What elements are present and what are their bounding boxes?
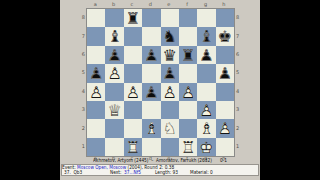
square-a5: ♟♙	[87, 64, 105, 82]
piece-black-pawn: ♟♙	[105, 46, 123, 64]
square-b8	[105, 9, 123, 27]
piece-black-rook: ♜♖	[179, 46, 197, 64]
square-d1	[142, 138, 160, 156]
square-h8	[216, 9, 234, 27]
square-h6	[216, 46, 234, 64]
square-h1	[216, 138, 234, 156]
piece-white-king: ♚♔	[197, 138, 215, 156]
square-d7	[142, 27, 160, 45]
coord-label-7: 7	[82, 26, 85, 44]
file-labels-top: abcdefgh	[86, 1, 234, 8]
piece-black-pawn: ♟♙	[87, 64, 105, 82]
length-indicator: Length: 93	[155, 170, 178, 175]
rank-labels-left: 87654321	[78, 8, 85, 156]
coord-label-5: 5	[236, 63, 243, 81]
piece-black-bishop: ♝♗	[105, 27, 123, 45]
square-g6: ♟♙	[197, 46, 215, 64]
piece-white-queen: ♛♕	[105, 101, 123, 119]
square-d4: ♟♙	[142, 83, 160, 101]
square-a7	[87, 27, 105, 45]
piece-white-pawn: ♟♙	[105, 64, 123, 82]
square-e5: ♟♙	[161, 64, 179, 82]
square-g8	[197, 9, 215, 27]
coord-label-8: 8	[82, 8, 85, 26]
coord-label-a: a	[86, 1, 104, 8]
square-b2	[105, 119, 123, 137]
piece-white-rook: ♜♖	[124, 138, 142, 156]
square-d2: ♝♗	[142, 119, 160, 137]
square-g3: ♟♙	[197, 101, 215, 119]
square-c7	[124, 27, 142, 45]
move-played: 37. Qb3	[64, 170, 82, 175]
players-text: Akhmetov, Artyom (2445) – Amonatov, Farr…	[60, 158, 260, 163]
piece-black-pawn: ♟♙	[142, 83, 160, 101]
next-move: Next: 37...Nf5	[110, 170, 141, 175]
coord-label-b: b	[104, 1, 122, 8]
square-b1	[105, 138, 123, 156]
square-e3	[161, 101, 179, 119]
coord-label-g: g	[196, 1, 214, 8]
square-d3	[142, 101, 160, 119]
square-b4	[105, 83, 123, 101]
square-a2	[87, 119, 105, 137]
square-g7: ♝♗	[197, 27, 215, 45]
square-g5	[197, 64, 215, 82]
square-g2: ♝♗	[197, 119, 215, 137]
piece-black-pawn: ♟♙	[197, 46, 215, 64]
rank-labels-right: 87654321	[236, 8, 243, 156]
coord-label-5: 5	[82, 63, 85, 81]
square-d6: ♟♙	[142, 46, 160, 64]
square-f1: ♜♖	[179, 138, 197, 156]
piece-white-knight: ♞♘	[161, 119, 179, 137]
coord-label-2: 2	[82, 118, 85, 136]
piece-white-pawn: ♟♙	[179, 83, 197, 101]
piece-white-pawn: ♟♙	[87, 83, 105, 101]
square-a8	[87, 9, 105, 27]
square-e2: ♞♘	[161, 119, 179, 137]
next-label: Next:	[110, 170, 124, 175]
square-h5: ♟♙	[216, 64, 234, 82]
video-frame: abcdefgh abcdefgh 87654321 87654321 ♜♖♝♗…	[0, 0, 320, 180]
coord-label-2: 2	[236, 118, 243, 136]
coord-label-8: 8	[236, 8, 243, 26]
coord-label-1: 1	[236, 137, 243, 155]
square-e8	[161, 9, 179, 27]
square-h3	[216, 101, 234, 119]
coord-label-4: 4	[236, 82, 243, 100]
piece-white-pawn: ♟♙	[197, 101, 215, 119]
move-status-line: 37. Qb3 Next: 37...Nf5 Length: 93 Materi…	[62, 170, 258, 180]
piece-black-pawn: ♟♙	[216, 64, 234, 82]
piece-black-knight: ♞♘	[161, 27, 179, 45]
square-e4: ♟♙	[161, 83, 179, 101]
square-a4: ♟♙	[87, 83, 105, 101]
square-c5	[124, 64, 142, 82]
square-b6: ♟♙	[105, 46, 123, 64]
square-f7	[179, 27, 197, 45]
square-e1	[161, 138, 179, 156]
square-d8	[142, 9, 160, 27]
piece-white-pawn: ♟♙	[124, 83, 142, 101]
square-f2	[179, 119, 197, 137]
square-d5	[142, 64, 160, 82]
coord-label-f: f	[178, 1, 196, 8]
square-h2: ♟♙	[216, 119, 234, 137]
square-f4: ♟♙	[179, 83, 197, 101]
square-c6	[124, 46, 142, 64]
coord-label-c: c	[123, 1, 141, 8]
piece-white-pawn: ♟♙	[161, 83, 179, 101]
piece-white-rook: ♜♖	[179, 138, 197, 156]
square-b3: ♛♕	[105, 101, 123, 119]
piece-black-king: ♚♔	[216, 27, 234, 45]
coord-label-7: 7	[236, 26, 243, 44]
square-a1	[87, 138, 105, 156]
square-f5	[179, 64, 197, 82]
piece-black-bishop: ♝♗	[197, 27, 215, 45]
square-c3	[124, 101, 142, 119]
piece-white-pawn: ♟♙	[216, 119, 234, 137]
coord-label-1: 1	[82, 137, 85, 155]
piece-white-bishop: ♝♗	[197, 119, 215, 137]
coord-label-3: 3	[236, 100, 243, 118]
piece-black-rook: ♜♖	[124, 9, 142, 27]
square-b5: ♟♙	[105, 64, 123, 82]
coord-label-d: d	[141, 1, 159, 8]
square-f6: ♜♖	[179, 46, 197, 64]
square-g4	[197, 83, 215, 101]
square-a3	[87, 101, 105, 119]
square-f3	[179, 101, 197, 119]
square-c8: ♜♖	[124, 9, 142, 27]
square-e7: ♞♘	[161, 27, 179, 45]
coord-label-6: 6	[82, 45, 85, 63]
piece-black-pawn: ♟♙	[142, 46, 160, 64]
square-f8	[179, 9, 197, 27]
coord-label-h: h	[215, 1, 233, 8]
piece-black-queen: ♛♕	[161, 46, 179, 64]
coord-label-3: 3	[82, 100, 85, 118]
coord-label-6: 6	[236, 45, 243, 63]
square-c4: ♟♙	[124, 83, 142, 101]
piece-white-bishop: ♝♗	[142, 119, 160, 137]
coord-label-4: 4	[82, 82, 85, 100]
piece-black-pawn: ♟♙	[161, 64, 179, 82]
chess-board: ♜♖♝♗♞♘♝♗♚♔♟♙♟♙♛♕♜♖♟♙♟♙♟♙♟♙♟♙♟♙♟♙♟♙♟♙♟♙♛♕…	[86, 8, 235, 157]
material-indicator: Material: 0	[190, 170, 213, 175]
game-info-box: Event: Moscow Open, Moscow (2004), Round…	[61, 164, 259, 176]
square-c2	[124, 119, 142, 137]
square-a6	[87, 46, 105, 64]
square-h7: ♚♔	[216, 27, 234, 45]
next-move-link[interactable]: 37...Nf5	[124, 170, 141, 175]
square-h4	[216, 83, 234, 101]
square-e6: ♛♕	[161, 46, 179, 64]
square-g1: ♚♔	[197, 138, 215, 156]
coord-label-e: e	[160, 1, 178, 8]
square-c1: ♜♖	[124, 138, 142, 156]
square-b7: ♝♗	[105, 27, 123, 45]
chess-viewer-panel: abcdefgh abcdefgh 87654321 87654321 ♜♖♝♗…	[60, 0, 260, 180]
